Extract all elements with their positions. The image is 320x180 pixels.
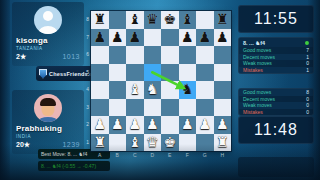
- piece-white-king: ♚: [163, 134, 176, 152]
- square-c1[interactable]: ♝: [126, 134, 144, 152]
- rank-label-4: 4: [83, 81, 89, 99]
- square-b3[interactable]: [109, 99, 127, 117]
- best-move-text: Best Move: 8. ... ♞f4: [41, 151, 87, 157]
- piece-black-rook: ♜: [216, 11, 229, 29]
- square-g4[interactable]: [196, 81, 214, 99]
- chess-game-screen: kisonga TANZANIA 2★ 1013 ChessFriends.co…: [0, 0, 320, 180]
- square-d4[interactable]: ♞: [144, 81, 162, 99]
- square-b7[interactable]: ♟: [109, 29, 127, 47]
- piece-black-pawn: ♟: [128, 29, 141, 47]
- square-f1[interactable]: [179, 134, 197, 152]
- square-c7[interactable]: ♟: [126, 29, 144, 47]
- square-a5[interactable]: [91, 64, 109, 82]
- square-f2[interactable]: ♟: [179, 116, 197, 134]
- square-c3[interactable]: [126, 99, 144, 117]
- move-quality-panel-white: Good moves 8 Decent moves 0 Weak moves 0…: [238, 88, 314, 116]
- file-label-b: B: [109, 151, 127, 159]
- piece-white-rook: ♜: [216, 134, 229, 152]
- square-h8[interactable]: ♜: [214, 11, 232, 29]
- square-a3[interactable]: [91, 99, 109, 117]
- square-d2[interactable]: ♟: [144, 116, 162, 134]
- square-g8[interactable]: [196, 11, 214, 29]
- square-e1[interactable]: ♚: [161, 134, 179, 152]
- piece-black-pawn: ♟: [181, 29, 194, 47]
- file-label-a: A: [91, 151, 109, 159]
- rank-label-7: 7: [83, 29, 89, 47]
- clock-white: 11:48: [238, 116, 314, 144]
- piece-black-knight: ♞: [181, 81, 194, 99]
- square-e3[interactable]: [161, 99, 179, 117]
- square-c2[interactable]: ♟: [126, 116, 144, 134]
- square-h1[interactable]: ♜: [214, 134, 232, 152]
- clock-white-time: 11:48: [254, 121, 298, 139]
- shield-icon: [39, 69, 47, 79]
- piece-black-bishop: ♝: [181, 11, 194, 29]
- rank-label-3: 3: [83, 99, 89, 117]
- last-move-text: 8. ... ♞f4: [243, 40, 265, 46]
- piece-black-bishop: ♝: [128, 11, 141, 29]
- square-h7[interactable]: ♟: [214, 29, 232, 47]
- player-country-black: TANZANIA: [16, 46, 80, 51]
- square-b5[interactable]: [109, 64, 127, 82]
- square-a8[interactable]: ♜: [91, 11, 109, 29]
- piece-white-pawn: ♟: [146, 116, 159, 134]
- square-f8[interactable]: ♝: [179, 11, 197, 29]
- file-label-h: H: [214, 151, 232, 159]
- player-stars-white: 20★: [16, 141, 30, 149]
- piece-black-pawn: ♟: [216, 29, 229, 47]
- stat-row-mistakes: Mistakes 1: [239, 67, 313, 74]
- piece-white-pawn: ♟: [128, 116, 141, 134]
- piece-black-rook: ♜: [93, 11, 106, 29]
- square-g3[interactable]: [196, 99, 214, 117]
- square-b1[interactable]: [109, 134, 127, 152]
- rank-label-5: 5: [83, 64, 89, 82]
- square-h3[interactable]: [214, 99, 232, 117]
- square-d6[interactable]: [144, 46, 162, 64]
- square-f5[interactable]: [179, 64, 197, 82]
- square-g7[interactable]: ♟: [196, 29, 214, 47]
- square-f3[interactable]: [179, 99, 197, 117]
- rank-label-6: 6: [83, 46, 89, 64]
- piece-black-pawn: ♟: [198, 29, 211, 47]
- square-g5[interactable]: [196, 64, 214, 82]
- piece-white-pawn: ♟: [111, 116, 124, 134]
- piece-black-queen: ♛: [146, 11, 159, 29]
- square-d5[interactable]: [144, 64, 162, 82]
- square-h6[interactable]: [214, 46, 232, 64]
- piece-white-pawn: ♟: [181, 116, 194, 134]
- square-h4[interactable]: [214, 81, 232, 99]
- piece-white-bishop: ♝: [128, 81, 141, 99]
- square-g2[interactable]: ♟: [196, 116, 214, 134]
- file-label-g: G: [196, 151, 214, 159]
- player-name-black: kisonga: [16, 36, 80, 45]
- move-eval-line: 8. ... ♞f4 (-0.55 → -0.47): [38, 161, 110, 171]
- square-h2[interactable]: ♟: [214, 116, 232, 134]
- move-quality-panel-black: 8. ... ♞f4 Good moves 7 Decent moves 1 W…: [238, 37, 314, 74]
- piece-white-pawn: ♟: [93, 116, 106, 134]
- player-rating-white: 1239: [62, 141, 80, 148]
- piece-white-knight: ♞: [146, 81, 159, 99]
- square-f4[interactable]: ♞: [179, 81, 197, 99]
- stat-row-mistakes: Mistakes 0: [239, 109, 313, 116]
- bottom-right-panel: [238, 157, 314, 177]
- square-c4[interactable]: ♝: [126, 81, 144, 99]
- square-g6[interactable]: [196, 46, 214, 64]
- last-move-header: 8. ... ♞f4: [239, 38, 313, 47]
- piece-black-pawn: ♟: [93, 29, 106, 47]
- player-stars-black: 2★: [16, 53, 26, 61]
- piece-white-pawn: ♟: [198, 116, 211, 134]
- square-a6[interactable]: [91, 46, 109, 64]
- square-c6[interactable]: [126, 46, 144, 64]
- file-labels: ABCDEFGH: [91, 151, 231, 159]
- square-e6[interactable]: [161, 46, 179, 64]
- piece-white-bishop: ♝: [128, 134, 141, 152]
- square-a4[interactable]: [91, 81, 109, 99]
- piece-white-rook: ♜: [93, 134, 106, 152]
- file-label-e: E: [161, 151, 179, 159]
- square-h5[interactable]: [214, 64, 232, 82]
- square-a7[interactable]: ♟: [91, 29, 109, 47]
- square-c8[interactable]: ♝: [126, 11, 144, 29]
- square-d8[interactable]: ♛: [144, 11, 162, 29]
- file-label-c: C: [126, 151, 144, 159]
- player-name-white: Prabhuking: [16, 124, 80, 133]
- piece-black-king: ♚: [163, 11, 176, 29]
- move-eval-text: 8. ... ♞f4 (-0.55 → -0.47): [41, 163, 96, 169]
- square-a1[interactable]: ♜: [91, 134, 109, 152]
- avatar-white: [34, 94, 62, 122]
- square-e4[interactable]: [161, 81, 179, 99]
- square-e5[interactable]: [161, 64, 179, 82]
- square-b8[interactable]: [109, 11, 127, 29]
- square-e8[interactable]: ♚: [161, 11, 179, 29]
- square-d1[interactable]: ♛: [144, 134, 162, 152]
- clock-black-time: 11:55: [254, 10, 298, 28]
- avatar-silhouette-icon: [43, 11, 53, 21]
- piece-black-pawn: ♟: [111, 29, 124, 47]
- file-label-f: F: [179, 151, 197, 159]
- square-e2[interactable]: [161, 116, 179, 134]
- chess-board: ♜♝♛♚♝♜♟♟♟♟♟♟♝♞♞♟♟♟♟♟♟♟♜♝♛♚♜: [91, 11, 231, 151]
- piece-white-queen: ♛: [146, 134, 159, 152]
- square-f7[interactable]: ♟: [179, 29, 197, 47]
- player-country-white: INDIA: [16, 134, 80, 139]
- square-d3[interactable]: [144, 99, 162, 117]
- square-a2[interactable]: ♟: [91, 116, 109, 134]
- square-g1[interactable]: [196, 134, 214, 152]
- avatar-black: [34, 6, 62, 34]
- square-d7[interactable]: [144, 29, 162, 47]
- rank-label-8: 8: [83, 11, 89, 29]
- piece-white-pawn: ♟: [216, 116, 229, 134]
- square-b2[interactable]: ♟: [109, 116, 127, 134]
- square-e7[interactable]: [161, 29, 179, 47]
- square-f6[interactable]: [179, 46, 197, 64]
- player-card-white: Prabhuking INDIA 20★ 1239: [12, 90, 84, 154]
- player-card-black: kisonga TANZANIA 2★ 1013: [12, 2, 84, 66]
- file-label-d: D: [144, 151, 162, 159]
- square-b6[interactable]: [109, 46, 127, 64]
- clock-black: 11:55: [238, 5, 314, 33]
- square-b4[interactable]: [109, 81, 127, 99]
- rank-label-2: 2: [83, 116, 89, 134]
- move-quality-dot: [305, 41, 309, 45]
- rank-label-1: 1: [83, 134, 89, 152]
- rank-labels: 87654321: [84, 11, 90, 151]
- player-rating-black: 1013: [62, 53, 80, 60]
- square-c5[interactable]: [126, 64, 144, 82]
